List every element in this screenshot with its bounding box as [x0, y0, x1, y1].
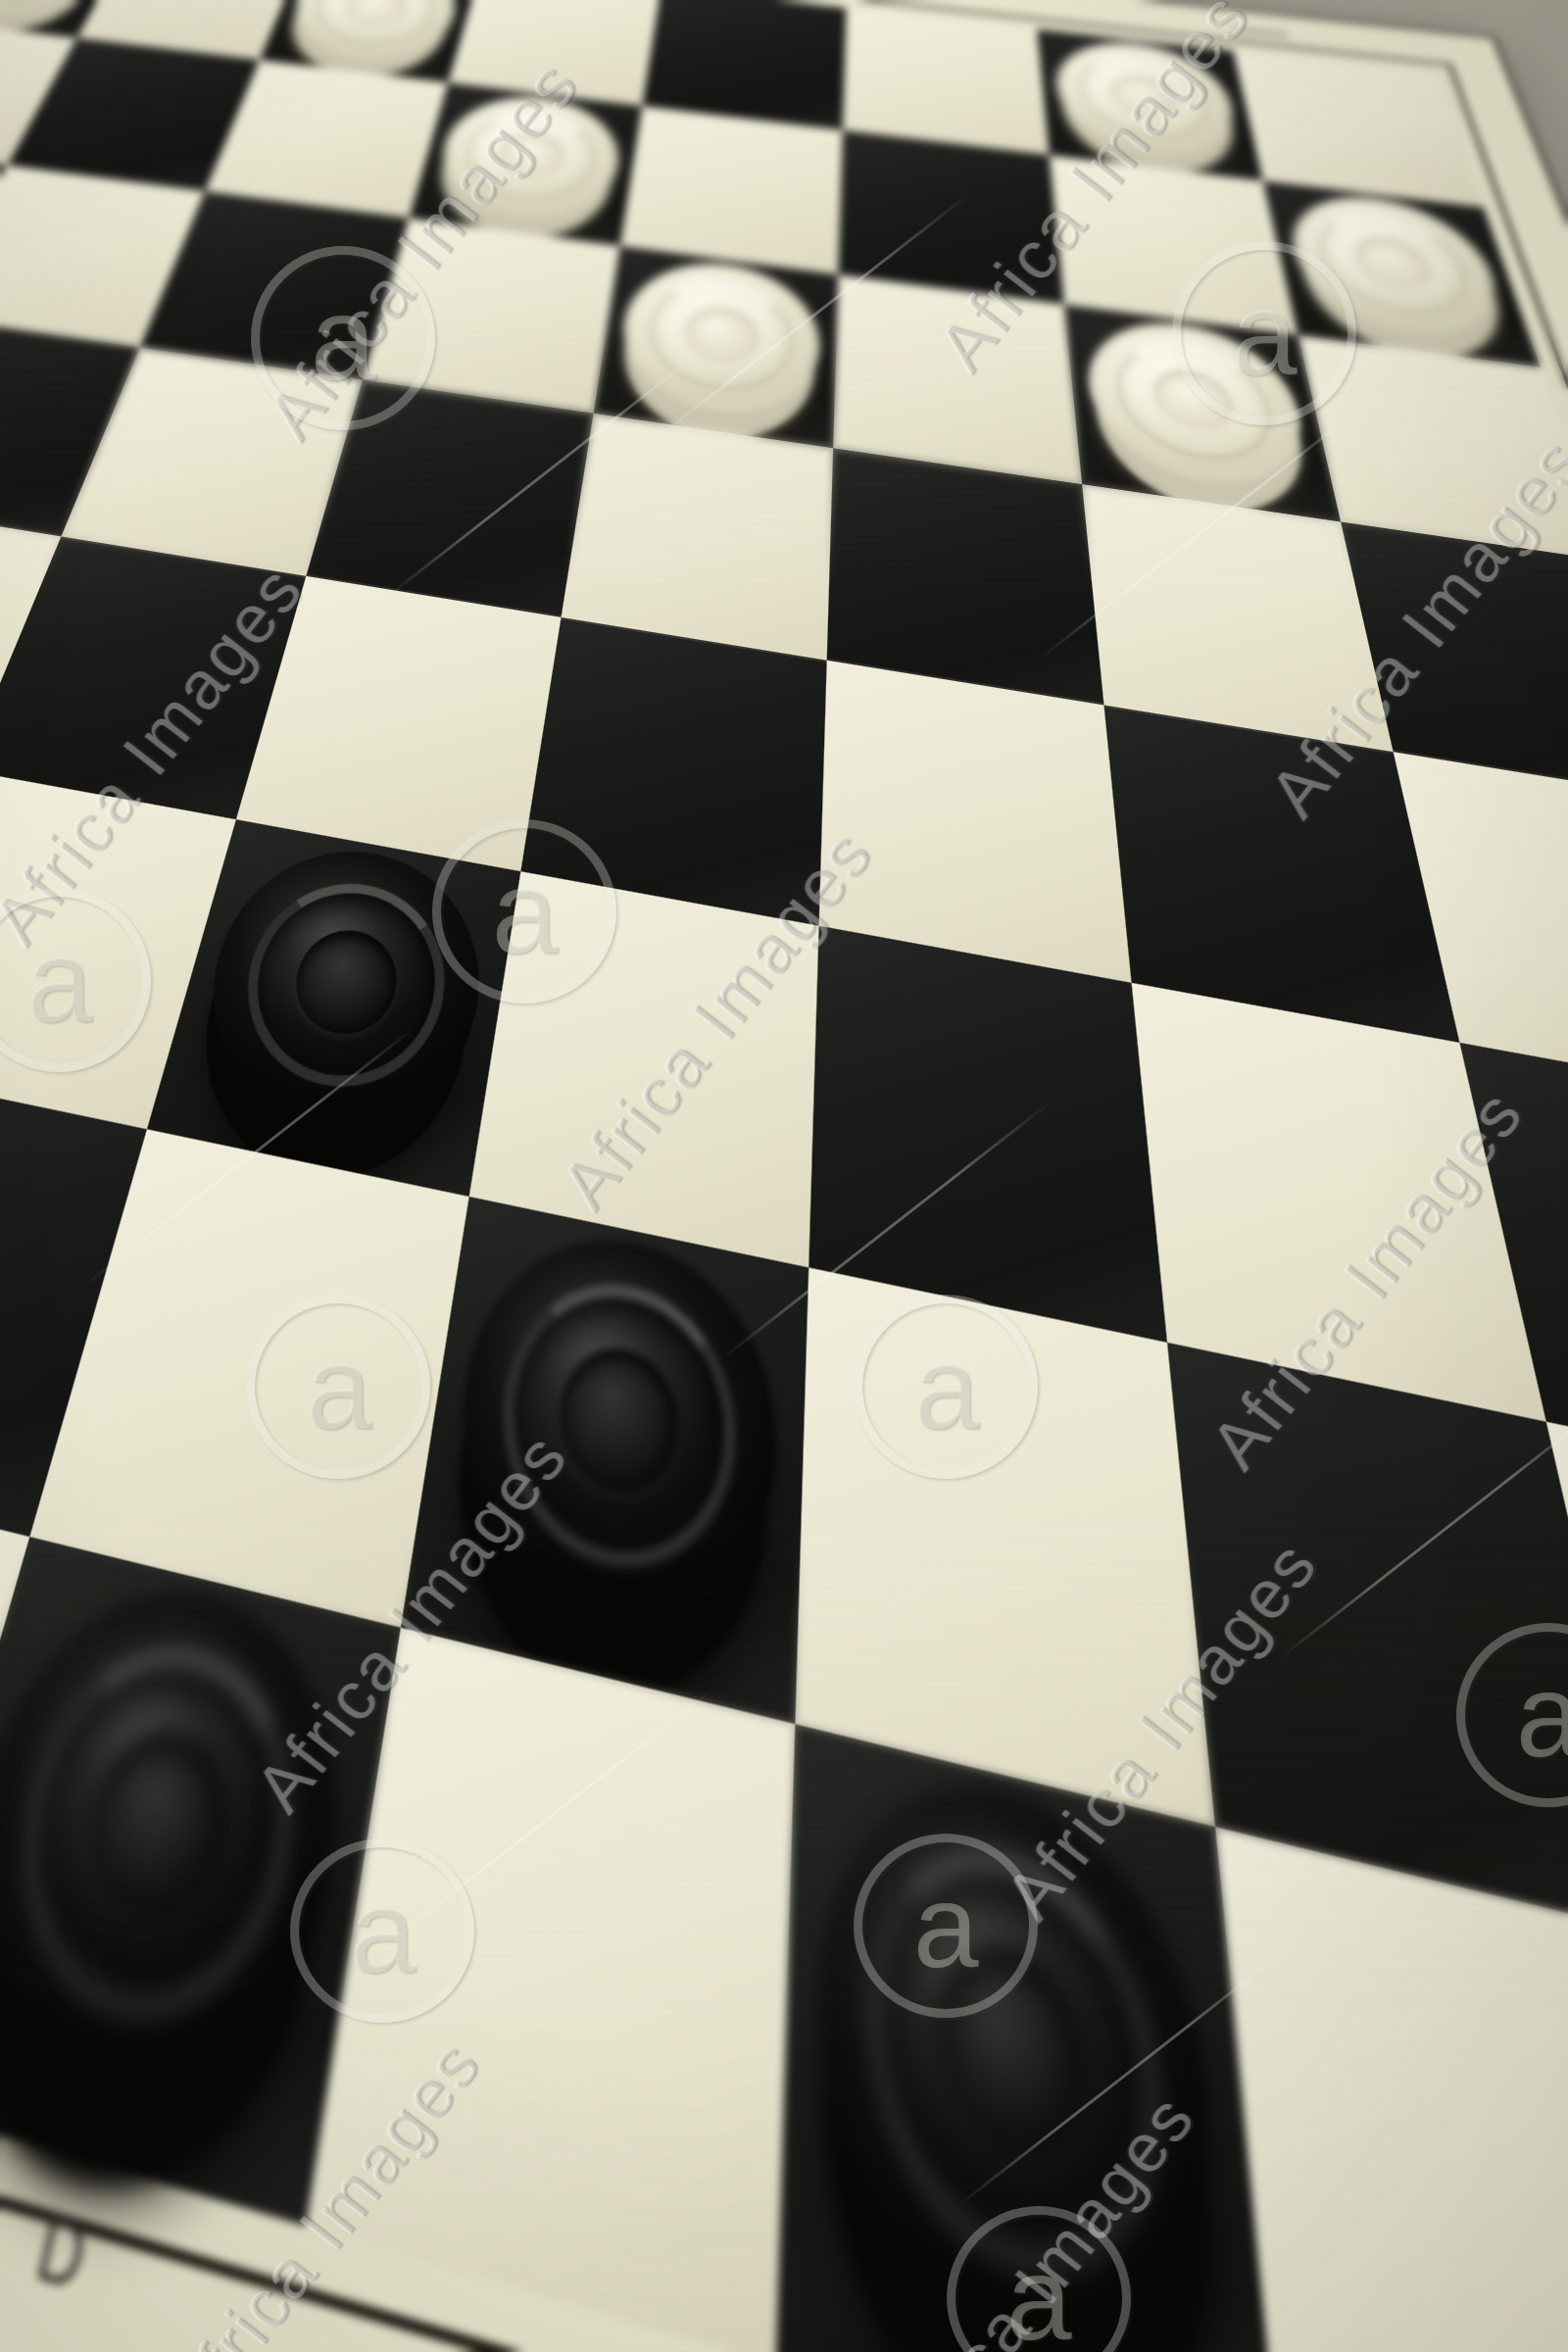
piece-white-d7[interactable] — [428, 88, 628, 227]
piece-black-e2[interactable] — [436, 1212, 784, 1659]
piece-black-f1[interactable] — [812, 1747, 1239, 2352]
piece-black-d3[interactable] — [179, 831, 499, 1151]
playing-field — [0, 0, 1568, 2352]
square-g1[interactable] — [1215, 1827, 1568, 2352]
piece-white-h7[interactable] — [1279, 187, 1516, 346]
piece-black-d1[interactable] — [0, 1557, 371, 2140]
square-d6[interactable] — [363, 219, 620, 414]
piece-white-g6[interactable] — [1081, 312, 1317, 497]
checkers-board: ABCDEFGH — [0, 0, 1568, 2352]
piece-white-e6[interactable] — [612, 253, 822, 425]
board-hinge-mark — [1232, 27, 1289, 37]
piece-top — [0, 1557, 371, 2140]
square-d7[interactable] — [409, 82, 642, 246]
piece-white-g8[interactable] — [1051, 34, 1244, 164]
piece-white-c8[interactable] — [278, 0, 468, 68]
photo-stage: ABCDEFGH Africa ImagesAfrica ImagesAfric… — [0, 0, 1568, 2352]
